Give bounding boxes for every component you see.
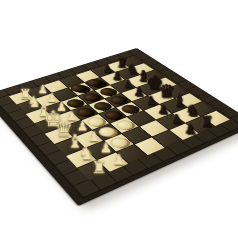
- light-draughts-disc: [113, 119, 135, 132]
- square-f3: ♟: [144, 105, 171, 120]
- white-pawn: ♟: [46, 92, 57, 104]
- square-g5: ♚: [137, 83, 162, 96]
- white-pawn: ♟: [87, 130, 99, 143]
- black-pawn: ♟: [171, 113, 182, 126]
- chess-set-product-photo: ♜♟♟♜♞♟♟♞♝♟♟♝♚♟♟♚♛♟♟♛♝♟♟♝♞♟♟♞♜♟♟♜: [0, 0, 238, 238]
- chessboard: ♜♟♟♜♞♟♟♞♝♟♟♝♚♟♟♚♛♟♟♛♝♟♟♝♞♟♟♞♜♟♟♜: [0, 48, 238, 199]
- square-e6: [95, 85, 120, 98]
